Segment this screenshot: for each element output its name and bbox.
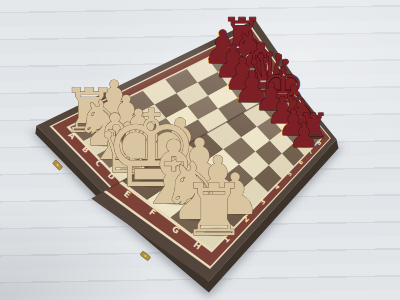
photo-of-chess-set: ABCDEFGH12345678♜♟♞♟♝♟♛♟♚♟♝♟♟♞♜♟♟♜♞♟♟♝♟♟… [0, 0, 400, 300]
svg-text:♟: ♟ [289, 115, 320, 155]
piece-black-pawn-h7: ♟ [289, 115, 320, 155]
chess-board: ABCDEFGH12345678♜♟♞♟♝♟♛♟♚♟♝♟♟♞♜♟♟♜♞♟♟♝♟♟… [0, 0, 400, 300]
piece-white-rook-h1: ♜ [182, 168, 247, 252]
clasp-right [140, 251, 151, 261]
svg-text:♜: ♜ [182, 168, 247, 252]
